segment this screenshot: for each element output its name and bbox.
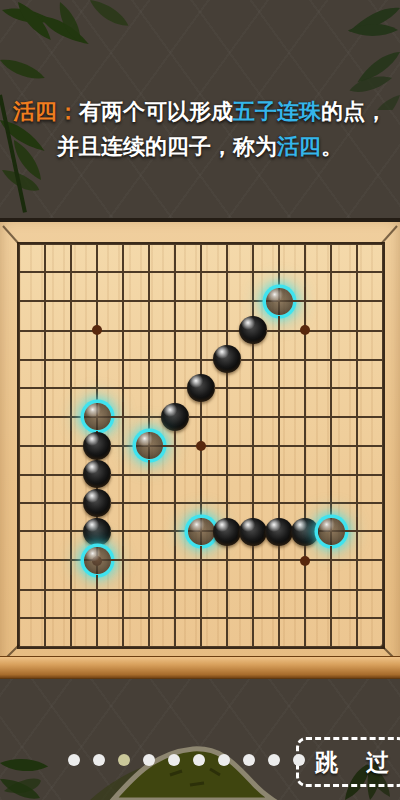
lesson-line-2: 并且连续的四子，称为活四。 (0, 129, 400, 164)
pagination-dot (243, 754, 255, 766)
pagination-dot (93, 754, 105, 766)
pagination-dot (193, 754, 205, 766)
pagination-dot (168, 754, 180, 766)
hill-decoration (85, 735, 300, 800)
skip-button[interactable]: 跳 过 (296, 737, 400, 787)
pagination-dot (218, 754, 230, 766)
pagination-dot (143, 754, 155, 766)
lesson-line-1: 活四：有两个可以形成五子连珠的点， (0, 94, 400, 129)
pagination-dot (293, 754, 305, 766)
pagination-dot (268, 754, 280, 766)
board-front-edge (0, 656, 400, 679)
pagination-dot-active (118, 754, 130, 766)
tutorial-screen: 活四：有两个可以形成五子连珠的点， 并且连续的四子，称为活四。 (0, 0, 400, 800)
bamboo-leaves-bottom-left-icon (0, 745, 75, 800)
pagination-dots (68, 754, 305, 766)
board-frame-bevel (0, 218, 400, 678)
lesson-term: 活四： (13, 99, 79, 124)
lesson-text: 活四：有两个可以形成五子连珠的点， 并且连续的四子，称为活四。 (0, 94, 400, 164)
gomoku-board (0, 218, 400, 678)
pagination-dot (68, 754, 80, 766)
